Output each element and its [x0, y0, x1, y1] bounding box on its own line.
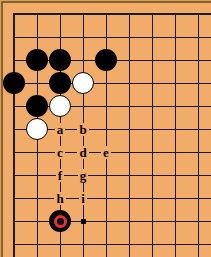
point-label-h: h — [54, 192, 65, 205]
point-label-i: i — [79, 192, 87, 205]
white-stone — [49, 95, 71, 117]
white-stone — [26, 118, 48, 140]
black-stone — [49, 72, 71, 94]
point-label-a: a — [55, 123, 66, 136]
star-point — [81, 219, 86, 224]
white-stone — [72, 72, 94, 94]
black-stone — [95, 49, 117, 71]
point-label-g: g — [78, 169, 89, 182]
board-grid: abcdefghi — [3, 3, 210, 256]
go-diagram: abcdefghi — [0, 0, 211, 257]
point-label-f: f — [56, 169, 64, 182]
black-stone — [26, 95, 48, 117]
black-stone — [49, 49, 71, 71]
black-stone-marked — [49, 210, 71, 232]
red-circle-mark — [54, 215, 67, 228]
black-stone — [26, 49, 48, 71]
black-stone — [3, 72, 25, 94]
point-label-b: b — [77, 123, 88, 136]
point-label-e: e — [101, 146, 111, 159]
point-label-d: d — [77, 146, 88, 159]
point-label-c: c — [55, 146, 65, 159]
